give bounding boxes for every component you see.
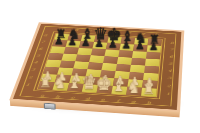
file-label-top-h: h xyxy=(150,32,164,37)
rank-label-left-1: 1 xyxy=(21,81,34,89)
ranks-right: 87654321 xyxy=(162,39,177,98)
latch-icon xyxy=(43,102,55,109)
square-e5 xyxy=(103,56,118,64)
square-h1: ♜ xyxy=(141,88,157,97)
chess-board: ♜♞♝♛♚♝♞♜♟♟♟♟♟♟♟♟♟♟♟♟♟♟♟♟♜♞♝♛♚♝♞♜ abcdefg… xyxy=(13,24,181,110)
square-f5 xyxy=(117,57,132,65)
file-label-b: b xyxy=(49,93,66,100)
file-label-top-f: f xyxy=(123,30,137,35)
square-f1: ♝ xyxy=(111,86,127,95)
square-e4 xyxy=(101,63,116,71)
board-squares: ♜♞♝♛♚♝♞♜♟♟♟♟♟♟♟♟♟♟♟♟♟♟♟♟♜♞♝♛♚♝♞♜ xyxy=(37,33,163,97)
square-g5 xyxy=(131,58,146,66)
file-label-top-d: d xyxy=(96,29,110,34)
square-h6 xyxy=(146,52,161,60)
chess-set-photo: ♜♞♝♛♚♝♞♜♟♟♟♟♟♟♟♟♟♟♟♟♟♟♟♟♜♞♝♛♚♝♞♜ abcdefg… xyxy=(0,0,200,133)
file-label-e: e xyxy=(95,96,111,103)
file-label-top-g: g xyxy=(136,31,150,36)
square-e3 xyxy=(100,70,116,78)
square-e1: ♚ xyxy=(97,85,113,94)
file-label-f: f xyxy=(110,97,126,104)
square-g3 xyxy=(129,72,144,80)
square-g1: ♞ xyxy=(126,87,142,96)
file-label-g: g xyxy=(125,98,141,105)
square-a1: ♜ xyxy=(38,81,55,90)
file-label-d: d xyxy=(79,95,96,102)
file-label-top-e: e xyxy=(109,29,123,34)
file-label-h: h xyxy=(141,99,157,106)
square-c6 xyxy=(77,48,92,56)
file-label-top-c: c xyxy=(83,28,97,33)
file-label-c: c xyxy=(64,94,81,101)
square-d1: ♛ xyxy=(82,84,98,93)
square-e6 xyxy=(104,49,119,57)
rank-label-1: 1 xyxy=(162,90,173,99)
